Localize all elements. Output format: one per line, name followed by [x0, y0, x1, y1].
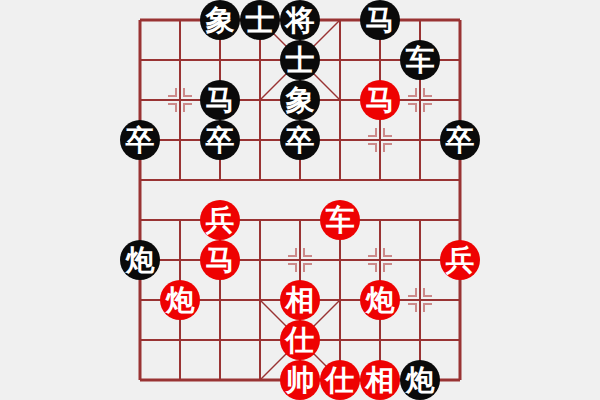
- point-c7-r7[interactable]: [400, 280, 440, 320]
- point-c3-r9[interactable]: [240, 360, 280, 400]
- point-c2-r7[interactable]: [200, 280, 240, 320]
- point-c6-r3[interactable]: [360, 120, 400, 160]
- point-c1-r8[interactable]: [160, 320, 200, 360]
- point-c3-r7[interactable]: [240, 280, 280, 320]
- point-c5-r2[interactable]: [320, 80, 360, 120]
- point-c8-r1[interactable]: [440, 40, 480, 80]
- point-c1-r0[interactable]: [160, 0, 200, 40]
- piece-red-elephant[interactable]: 相: [360, 360, 400, 400]
- point-c0-r6[interactable]: 炮: [120, 240, 160, 280]
- point-c5-r4[interactable]: [320, 160, 360, 200]
- point-c6-r6[interactable]: [360, 240, 400, 280]
- point-c2-r2[interactable]: 马: [200, 80, 240, 120]
- point-c6-r4[interactable]: [360, 160, 400, 200]
- piece-black-soldier[interactable]: 卒: [200, 120, 240, 160]
- point-c6-r0[interactable]: 马: [360, 0, 400, 40]
- point-c8-r7[interactable]: [440, 280, 480, 320]
- point-c2-r9[interactable]: [200, 360, 240, 400]
- point-c2-r8[interactable]: [200, 320, 240, 360]
- point-c6-r5[interactable]: [360, 200, 400, 240]
- point-c7-r5[interactable]: [400, 200, 440, 240]
- point-c4-r1[interactable]: 士: [280, 40, 320, 80]
- point-c0-r5[interactable]: [120, 200, 160, 240]
- point-c2-r1[interactable]: [200, 40, 240, 80]
- point-c3-r5[interactable]: [240, 200, 280, 240]
- point-c3-r0[interactable]: 士: [240, 0, 280, 40]
- piece-black-advisor[interactable]: 士: [280, 40, 320, 80]
- point-c5-r0[interactable]: [320, 0, 360, 40]
- point-c4-r9[interactable]: 帅: [280, 360, 320, 400]
- point-c5-r9[interactable]: 仕: [320, 360, 360, 400]
- piece-black-elephant[interactable]: 象: [280, 80, 320, 120]
- piece-black-chariot[interactable]: 车: [400, 40, 440, 80]
- piece-black-elephant[interactable]: 象: [200, 0, 240, 40]
- point-c2-r4[interactable]: [200, 160, 240, 200]
- piece-black-soldier[interactable]: 卒: [120, 120, 160, 160]
- point-c1-r1[interactable]: [160, 40, 200, 80]
- point-c6-r8[interactable]: [360, 320, 400, 360]
- point-c4-r2[interactable]: 象: [280, 80, 320, 120]
- point-c0-r8[interactable]: [120, 320, 160, 360]
- point-c4-r4[interactable]: [280, 160, 320, 200]
- point-c3-r2[interactable]: [240, 80, 280, 120]
- piece-black-horse[interactable]: 马: [200, 80, 240, 120]
- point-c4-r0[interactable]: 将: [280, 0, 320, 40]
- point-c4-r5[interactable]: [280, 200, 320, 240]
- piece-red-horse[interactable]: 马: [200, 240, 240, 280]
- piece-black-horse[interactable]: 马: [360, 0, 400, 40]
- point-c0-r9[interactable]: [120, 360, 160, 400]
- point-c1-r6[interactable]: [160, 240, 200, 280]
- point-c5-r6[interactable]: [320, 240, 360, 280]
- point-c0-r1[interactable]: [120, 40, 160, 80]
- point-c0-r2[interactable]: [120, 80, 160, 120]
- point-c8-r5[interactable]: [440, 200, 480, 240]
- piece-red-advisor[interactable]: 仕: [280, 320, 320, 360]
- point-c7-r9[interactable]: 炮: [400, 360, 440, 400]
- piece-red-advisor[interactable]: 仕: [320, 360, 360, 400]
- point-c7-r4[interactable]: [400, 160, 440, 200]
- point-c7-r0[interactable]: [400, 0, 440, 40]
- piece-black-general[interactable]: 将: [280, 0, 320, 40]
- point-c0-r4[interactable]: [120, 160, 160, 200]
- point-c7-r6[interactable]: [400, 240, 440, 280]
- point-c1-r2[interactable]: [160, 80, 200, 120]
- point-c3-r3[interactable]: [240, 120, 280, 160]
- point-c8-r9[interactable]: [440, 360, 480, 400]
- piece-red-cannon[interactable]: 炮: [160, 280, 200, 320]
- point-c1-r3[interactable]: [160, 120, 200, 160]
- point-c5-r1[interactable]: [320, 40, 360, 80]
- point-c1-r4[interactable]: [160, 160, 200, 200]
- board-grid: 象士将马士车马象马卒卒卒卒兵车炮马兵炮相炮仕帅仕相炮: [120, 0, 480, 400]
- piece-red-elephant[interactable]: 相: [280, 280, 320, 320]
- point-c6-r2[interactable]: 马: [360, 80, 400, 120]
- piece-black-advisor[interactable]: 士: [240, 0, 280, 40]
- point-c8-r6[interactable]: 兵: [440, 240, 480, 280]
- point-c7-r8[interactable]: [400, 320, 440, 360]
- piece-red-chariot[interactable]: 车: [320, 200, 360, 240]
- point-c4-r8[interactable]: 仕: [280, 320, 320, 360]
- point-c8-r2[interactable]: [440, 80, 480, 120]
- piece-red-general[interactable]: 帅: [280, 360, 320, 400]
- point-c2-r6[interactable]: 马: [200, 240, 240, 280]
- piece-red-cannon[interactable]: 炮: [360, 280, 400, 320]
- point-c0-r7[interactable]: [120, 280, 160, 320]
- piece-black-cannon[interactable]: 炮: [400, 360, 440, 400]
- point-c4-r3[interactable]: 卒: [280, 120, 320, 160]
- point-c2-r0[interactable]: 象: [200, 0, 240, 40]
- point-c6-r7[interactable]: 炮: [360, 280, 400, 320]
- point-c5-r7[interactable]: [320, 280, 360, 320]
- point-c3-r8[interactable]: [240, 320, 280, 360]
- point-c7-r2[interactable]: [400, 80, 440, 120]
- point-c4-r7[interactable]: 相: [280, 280, 320, 320]
- point-c3-r4[interactable]: [240, 160, 280, 200]
- point-c7-r3[interactable]: [400, 120, 440, 160]
- xiangqi-app: 象士将马士车马象马卒卒卒卒兵车炮马兵炮相炮仕帅仕相炮: [0, 0, 600, 400]
- point-c6-r1[interactable]: [360, 40, 400, 80]
- point-c0-r3[interactable]: 卒: [120, 120, 160, 160]
- point-c3-r6[interactable]: [240, 240, 280, 280]
- point-c5-r8[interactable]: [320, 320, 360, 360]
- piece-black-soldier[interactable]: 卒: [440, 120, 480, 160]
- point-c8-r3[interactable]: 卒: [440, 120, 480, 160]
- point-c2-r5[interactable]: 兵: [200, 200, 240, 240]
- piece-red-soldier[interactable]: 兵: [440, 240, 480, 280]
- point-c3-r1[interactable]: [240, 40, 280, 80]
- piece-red-horse[interactable]: 马: [360, 80, 400, 120]
- point-c2-r3[interactable]: 卒: [200, 120, 240, 160]
- point-c8-r0[interactable]: [440, 0, 480, 40]
- point-c6-r9[interactable]: 相: [360, 360, 400, 400]
- piece-black-cannon[interactable]: 炮: [120, 240, 160, 280]
- point-c0-r0[interactable]: [120, 0, 160, 40]
- point-c8-r4[interactable]: [440, 160, 480, 200]
- point-c1-r7[interactable]: 炮: [160, 280, 200, 320]
- point-c1-r5[interactable]: [160, 200, 200, 240]
- piece-red-soldier[interactable]: 兵: [200, 200, 240, 240]
- point-c5-r5[interactable]: 车: [320, 200, 360, 240]
- point-c5-r3[interactable]: [320, 120, 360, 160]
- point-c1-r9[interactable]: [160, 360, 200, 400]
- point-c8-r8[interactable]: [440, 320, 480, 360]
- point-c4-r6[interactable]: [280, 240, 320, 280]
- piece-black-soldier[interactable]: 卒: [280, 120, 320, 160]
- point-c7-r1[interactable]: 车: [400, 40, 440, 80]
